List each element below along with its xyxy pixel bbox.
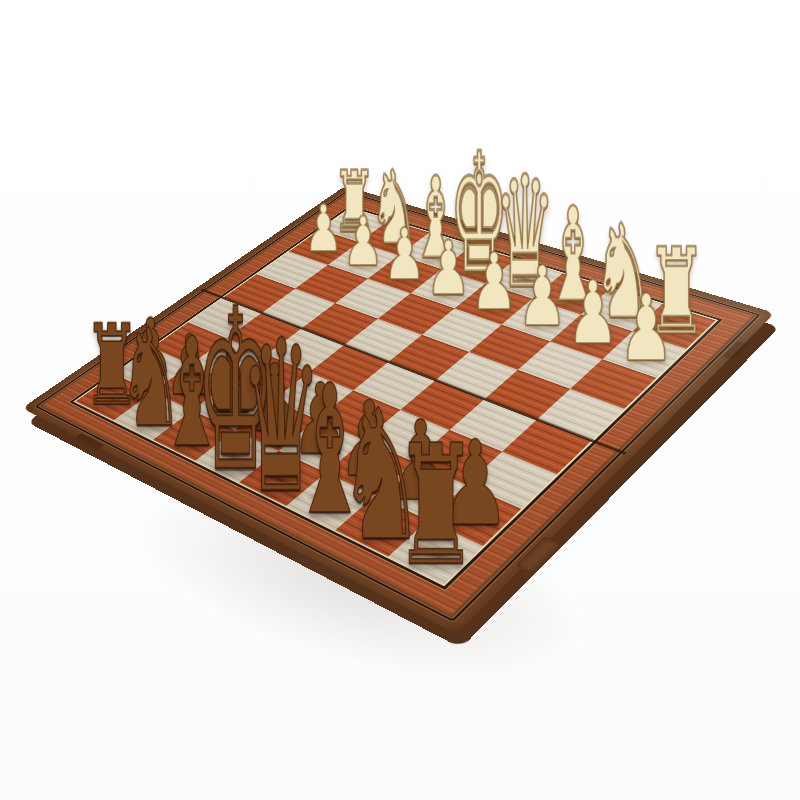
product-photo-scene: ♜♞♝♛♚♝♞♜♟♟♟♟♟♟♟♟♟♟♟♟♟♟♟♟♜♞♝♛♚♝♞♜ [0, 0, 800, 800]
